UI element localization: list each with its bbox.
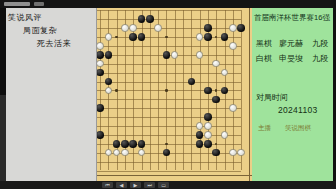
grid-line-h <box>97 19 241 20</box>
stone-black-5-16 <box>121 140 129 148</box>
grid-line-v <box>233 10 234 170</box>
commentary-line: 死去活来 <box>37 38 71 49</box>
playback-button[interactable]: ◀ <box>116 182 127 188</box>
grid-line-h <box>97 108 241 109</box>
go-broadcast-window: { "game": "go", "left_panel": { "lines":… <box>0 0 336 189</box>
stone-black-8-2 <box>146 15 154 23</box>
playback-button[interactable]: ⏭ <box>144 182 155 188</box>
stone-black-14-15 <box>196 131 204 139</box>
board-edge-bottom <box>97 175 252 176</box>
stone-black-2-8 <box>97 69 104 77</box>
stone-black-15-3 <box>204 24 212 32</box>
grid-line-h <box>97 162 241 163</box>
stone-white-18-5 <box>229 42 237 50</box>
stone-white-17-15 <box>221 131 229 139</box>
stone-white-5-3 <box>121 24 129 32</box>
stone-white-7-17 <box>138 149 146 157</box>
star-point <box>165 89 167 91</box>
playback-controls: ⏮◀▶⏭▭ <box>102 182 169 188</box>
game-date: 20241103 <box>278 105 318 115</box>
stone-black-3-6 <box>105 51 113 59</box>
stone-black-17-4 <box>221 33 229 41</box>
stone-white-16-7 <box>212 60 220 68</box>
host-row: 主播 笑说围棋 <box>258 124 328 133</box>
black-player-row: 黑棋 廖元赫 九段 <box>256 38 330 49</box>
grid-line-h <box>97 73 241 74</box>
stone-white-14-14 <box>196 122 204 130</box>
board-edge-right <box>249 8 250 181</box>
go-board[interactable] <box>97 8 252 181</box>
stone-white-19-17 <box>237 149 245 157</box>
white-label: 白棋 <box>256 53 272 64</box>
stone-black-10-17 <box>163 149 171 157</box>
stone-black-15-10 <box>204 87 212 95</box>
black-player-rank: 九段 <box>312 38 328 49</box>
stone-white-2-7 <box>97 60 104 68</box>
game-info-panel: 首届南洋杯世界赛16强 黑棋 廖元赫 九段 白棋 申旻埈 九段 对局时间 202… <box>252 8 333 181</box>
stone-black-14-16 <box>196 140 204 148</box>
event-title: 首届南洋杯世界赛16强 <box>254 13 332 23</box>
stone-white-18-17 <box>229 149 237 157</box>
grid-line-v <box>183 10 184 170</box>
grid-line-h <box>97 90 241 91</box>
stone-black-6-4 <box>129 33 137 41</box>
stone-white-15-14 <box>204 122 212 130</box>
stone-white-3-4 <box>105 33 113 41</box>
stone-black-7-16 <box>138 140 146 148</box>
stone-white-2-5 <box>97 42 104 50</box>
host-label: 主播 <box>258 124 271 133</box>
stone-white-11-6 <box>171 51 179 59</box>
window-titlebar <box>0 0 336 8</box>
grid-line-v <box>175 10 176 170</box>
grid-line-h <box>97 28 241 29</box>
playback-button[interactable]: ⏮ <box>102 182 113 188</box>
stone-white-3-10 <box>105 87 113 95</box>
stone-black-15-16 <box>204 140 212 148</box>
stone-black-2-15 <box>97 131 104 139</box>
game-time-label: 对局时间 <box>256 92 288 103</box>
stone-white-9-3 <box>154 24 162 32</box>
stone-white-15-15 <box>204 131 212 139</box>
white-player-row: 白棋 申旻埈 九段 <box>256 53 330 64</box>
grid-line-v <box>191 10 192 170</box>
white-player-rank: 九段 <box>312 53 328 64</box>
stone-white-17-8 <box>221 69 229 77</box>
stone-black-15-13 <box>204 113 212 121</box>
stone-black-6-16 <box>129 140 137 148</box>
grid-line-h <box>97 82 241 83</box>
grid-line-h <box>97 126 241 127</box>
star-point <box>115 36 117 38</box>
stone-black-15-4 <box>204 33 212 41</box>
stone-white-18-12 <box>229 104 237 112</box>
window-menu-button[interactable] <box>34 2 44 6</box>
black-label: 黑棋 <box>256 38 272 49</box>
grid-line-h <box>97 117 241 118</box>
stone-white-18-3 <box>229 24 237 32</box>
playback-button[interactable]: ▶ <box>130 182 141 188</box>
commentary-panel: 笑说风评 局面复杂 死去活来 <box>6 8 97 181</box>
grid-line-h <box>97 46 241 47</box>
window-title-text <box>4 2 30 6</box>
star-point <box>165 143 167 145</box>
commentary-line: 局面复杂 <box>23 25 57 36</box>
white-player-name: 申旻埈 <box>279 53 303 64</box>
stone-black-4-16 <box>113 140 121 148</box>
grid-line-h <box>97 135 241 136</box>
grid-line-h <box>97 37 241 38</box>
grid-line-h <box>97 171 241 172</box>
stone-black-19-3 <box>237 24 245 32</box>
black-player-name: 廖元赫 <box>279 38 303 49</box>
playback-button[interactable]: ▭ <box>158 182 169 188</box>
stone-black-17-10 <box>221 87 229 95</box>
stone-white-14-6 <box>196 51 204 59</box>
bottom-toolbar: ⏮◀▶⏭▭ <box>0 181 336 189</box>
stone-black-10-6 <box>163 51 171 59</box>
stone-black-2-12 <box>97 104 104 112</box>
grid-line-h <box>97 10 241 11</box>
commentary-line: 笑说风评 <box>8 12 42 23</box>
stone-white-5-17 <box>121 149 129 157</box>
stone-white-14-4 <box>196 33 204 41</box>
stone-white-3-17 <box>105 149 113 157</box>
stone-black-3-9 <box>105 78 113 86</box>
stone-black-16-11 <box>212 96 220 104</box>
stone-black-7-2 <box>138 15 146 23</box>
host-name: 笑说围棋 <box>285 124 311 133</box>
star-point <box>165 36 167 38</box>
stone-white-6-3 <box>129 24 137 32</box>
stone-black-2-6 <box>97 51 104 59</box>
stone-white-4-17 <box>113 149 121 157</box>
stone-black-7-4 <box>138 33 146 41</box>
left-scroll-strip[interactable] <box>0 95 6 189</box>
star-point <box>115 89 117 91</box>
grid-line-v <box>241 10 242 170</box>
stone-black-13-9 <box>188 78 196 86</box>
stone-black-16-17 <box>212 149 220 157</box>
